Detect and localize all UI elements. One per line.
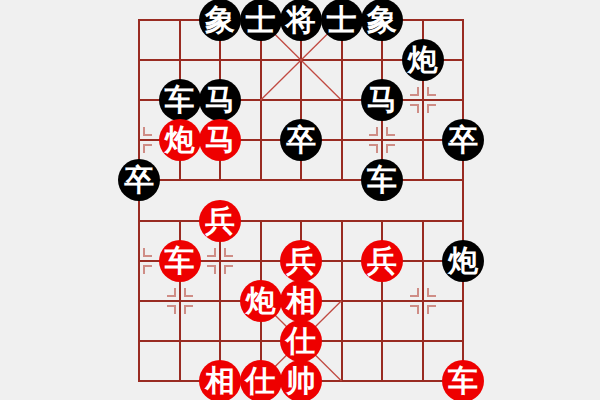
- red-horse[interactable]: 马: [199, 119, 241, 161]
- black-cannon[interactable]: 炮: [442, 240, 484, 282]
- black-general[interactable]: 将: [280, 0, 322, 41]
- red-chariot[interactable]: 车: [442, 360, 484, 400]
- red-advisor[interactable]: 仕: [280, 320, 322, 362]
- red-soldier[interactable]: 兵: [280, 240, 322, 282]
- red-cannon[interactable]: 炮: [240, 280, 282, 322]
- red-chariot[interactable]: 车: [159, 240, 201, 282]
- black-horse[interactable]: 马: [199, 79, 241, 121]
- black-soldier[interactable]: 卒: [118, 159, 160, 201]
- red-elephant[interactable]: 相: [280, 280, 322, 322]
- xiangqi-board: 象士将士象炮车马马炮马卒卒卒车兵车兵兵炮炮相仕相仕帅车: [0, 0, 600, 400]
- red-elephant[interactable]: 相: [199, 360, 241, 400]
- piece-grid: 象士将士象炮车马马炮马卒卒卒车兵车兵兵炮炮相仕相仕帅车: [119, 0, 484, 400]
- black-elephant[interactable]: 象: [199, 0, 241, 41]
- black-chariot[interactable]: 车: [361, 159, 403, 201]
- black-soldier[interactable]: 卒: [280, 119, 322, 161]
- black-soldier[interactable]: 卒: [442, 119, 484, 161]
- black-horse[interactable]: 马: [361, 79, 403, 121]
- black-advisor[interactable]: 士: [240, 0, 282, 41]
- red-advisor[interactable]: 仕: [240, 360, 282, 400]
- black-chariot[interactable]: 车: [159, 79, 201, 121]
- red-cannon[interactable]: 炮: [159, 119, 201, 161]
- black-elephant[interactable]: 象: [361, 0, 403, 41]
- red-general[interactable]: 帅: [280, 360, 322, 400]
- red-soldier[interactable]: 兵: [361, 240, 403, 282]
- red-soldier[interactable]: 兵: [199, 200, 241, 242]
- black-cannon[interactable]: 炮: [402, 39, 444, 81]
- black-advisor[interactable]: 士: [321, 0, 363, 41]
